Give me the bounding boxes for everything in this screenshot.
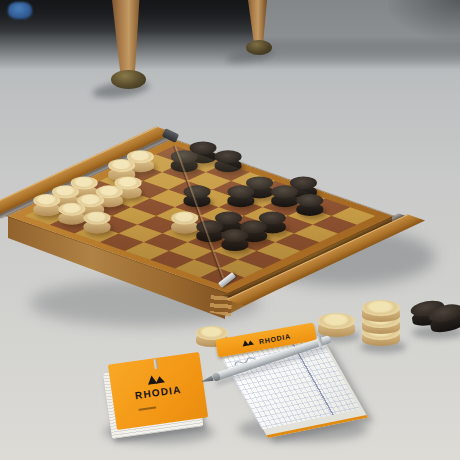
brand-text: RHODIA <box>134 384 182 401</box>
dark-piece[interactable] <box>296 194 323 218</box>
light-piece[interactable] <box>83 212 110 236</box>
pen-clip-icon <box>316 335 323 348</box>
wall-corner-shadow <box>388 0 460 40</box>
light-piece[interactable] <box>33 194 60 218</box>
rhodia-tree-logo-icon <box>240 338 255 348</box>
dark-piece[interactable] <box>196 220 223 244</box>
blue-object <box>8 2 32 19</box>
brass-foot-left-icon <box>111 70 146 89</box>
dark-piece[interactable] <box>183 185 210 209</box>
rhodia-pad-closed: RHODIA <box>108 352 208 430</box>
dark-piece[interactable] <box>221 229 248 253</box>
dark-piece[interactable] <box>214 150 241 174</box>
light-piece[interactable] <box>170 212 197 236</box>
dark-piece[interactable] <box>227 185 254 209</box>
brass-foot-right-icon <box>246 40 272 55</box>
brand-text: RHODIA <box>258 332 291 345</box>
spare-light-piece-stack[interactable] <box>362 300 400 352</box>
scene: RHODIA RHODIA <box>0 0 460 460</box>
spare-light-piece-flat[interactable] <box>318 313 355 339</box>
pad-cover: RHODIA <box>108 352 208 430</box>
dark-piece[interactable] <box>270 185 297 209</box>
dark-piece[interactable] <box>170 150 197 174</box>
fine-print <box>138 406 156 410</box>
light-piece[interactable] <box>58 203 85 227</box>
staple-icon <box>154 359 158 369</box>
